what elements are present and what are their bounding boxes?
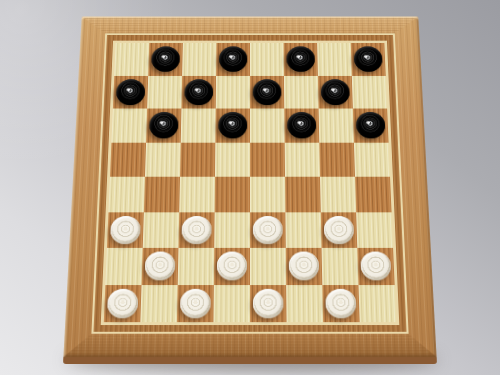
square-h7[interactable] [352,75,387,108]
square-a2[interactable] [105,248,142,285]
square-d1[interactable] [213,285,250,323]
square-d5[interactable] [215,142,250,176]
white-checker[interactable] [180,289,211,318]
square-g6[interactable] [319,109,354,143]
square-g7[interactable] [318,75,353,108]
black-checker[interactable] [287,112,316,138]
board-frame [63,17,437,364]
square-d8[interactable] [216,43,250,75]
square-e7[interactable] [250,75,284,108]
white-checker[interactable] [253,289,284,318]
white-checker[interactable] [253,216,283,244]
square-g8[interactable] [317,43,352,75]
white-checker[interactable] [360,252,391,281]
white-checker[interactable] [325,289,356,318]
square-a4[interactable] [108,177,145,212]
black-checker[interactable] [184,79,213,105]
square-f3[interactable] [285,212,321,248]
square-h1[interactable] [358,285,396,323]
square-c8[interactable] [182,43,216,75]
square-a6[interactable] [111,109,147,143]
black-checker[interactable] [151,47,180,72]
square-e8[interactable] [250,43,284,75]
square-h3[interactable] [356,212,393,248]
square-e4[interactable] [250,177,285,212]
square-f5[interactable] [285,142,320,176]
square-e3[interactable] [250,212,286,248]
square-a1[interactable] [104,285,142,323]
square-c7[interactable] [181,75,216,108]
square-f6[interactable] [284,109,319,143]
black-checker[interactable] [321,79,350,105]
white-checker[interactable] [217,252,247,281]
checkers-board [63,17,437,364]
square-c2[interactable] [178,248,215,285]
square-g3[interactable] [321,212,358,248]
square-a8[interactable] [114,43,149,75]
square-c6[interactable] [181,109,216,143]
square-a7[interactable] [113,75,148,108]
square-h6[interactable] [353,109,389,143]
square-a5[interactable] [110,142,146,176]
square-g2[interactable] [322,248,359,285]
square-d2[interactable] [214,248,250,285]
square-c3[interactable] [178,212,214,248]
black-checker[interactable] [116,79,146,105]
board-inner-pinstripe [101,41,400,325]
black-checker[interactable] [253,79,282,105]
board-frame-bottom-rail [63,334,436,357]
square-f7[interactable] [284,75,319,108]
square-f2[interactable] [286,248,323,285]
square-e1[interactable] [250,285,287,323]
square-b2[interactable] [142,248,179,285]
white-checker[interactable] [107,289,139,318]
square-b4[interactable] [144,177,180,212]
square-e5[interactable] [250,142,285,176]
board-frame-top-rail [81,17,419,34]
square-c1[interactable] [177,285,214,323]
square-g5[interactable] [319,142,355,176]
board-grid [104,43,396,322]
black-checker[interactable] [356,112,386,138]
square-h8[interactable] [351,43,386,75]
square-f1[interactable] [286,285,323,323]
black-checker[interactable] [219,47,247,72]
square-c4[interactable] [179,177,215,212]
square-h5[interactable] [354,142,390,176]
white-checker[interactable] [324,216,355,244]
square-f4[interactable] [285,177,321,212]
square-g1[interactable] [322,285,359,323]
square-c5[interactable] [180,142,215,176]
square-b5[interactable] [145,142,181,176]
square-d6[interactable] [215,109,250,143]
board-outer-pinstripe [91,33,408,333]
black-checker[interactable] [218,112,247,138]
square-h2[interactable] [357,248,394,285]
white-checker[interactable] [181,216,211,244]
white-checker[interactable] [145,252,176,281]
square-a3[interactable] [107,212,144,248]
square-b1[interactable] [140,285,177,323]
square-b3[interactable] [143,212,180,248]
black-checker[interactable] [286,47,315,72]
square-h4[interactable] [355,177,392,212]
square-e6[interactable] [250,109,285,143]
square-d4[interactable] [215,177,250,212]
square-b6[interactable] [146,109,181,143]
square-d7[interactable] [216,75,250,108]
board-border-band [93,35,406,332]
square-g4[interactable] [320,177,356,212]
square-d3[interactable] [214,212,250,248]
square-e2[interactable] [250,248,286,285]
white-checker[interactable] [110,216,141,244]
square-f8[interactable] [284,43,318,75]
square-b7[interactable] [147,75,182,108]
black-checker[interactable] [354,47,383,72]
black-checker[interactable] [149,112,179,138]
white-checker[interactable] [289,252,320,281]
photo-background [0,0,500,375]
square-b8[interactable] [148,43,183,75]
